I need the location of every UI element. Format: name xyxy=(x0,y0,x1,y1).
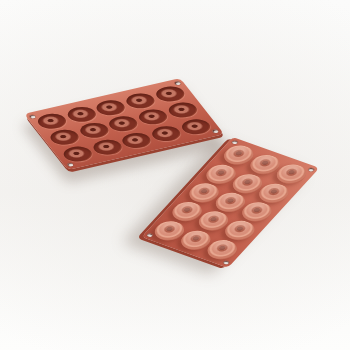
cavity-grid xyxy=(24,78,224,170)
donut-cavity xyxy=(178,117,215,137)
mold-top-view xyxy=(24,78,224,170)
product-photo xyxy=(0,0,350,350)
mold-bottom-view xyxy=(141,137,319,268)
bump-grid xyxy=(141,137,319,268)
